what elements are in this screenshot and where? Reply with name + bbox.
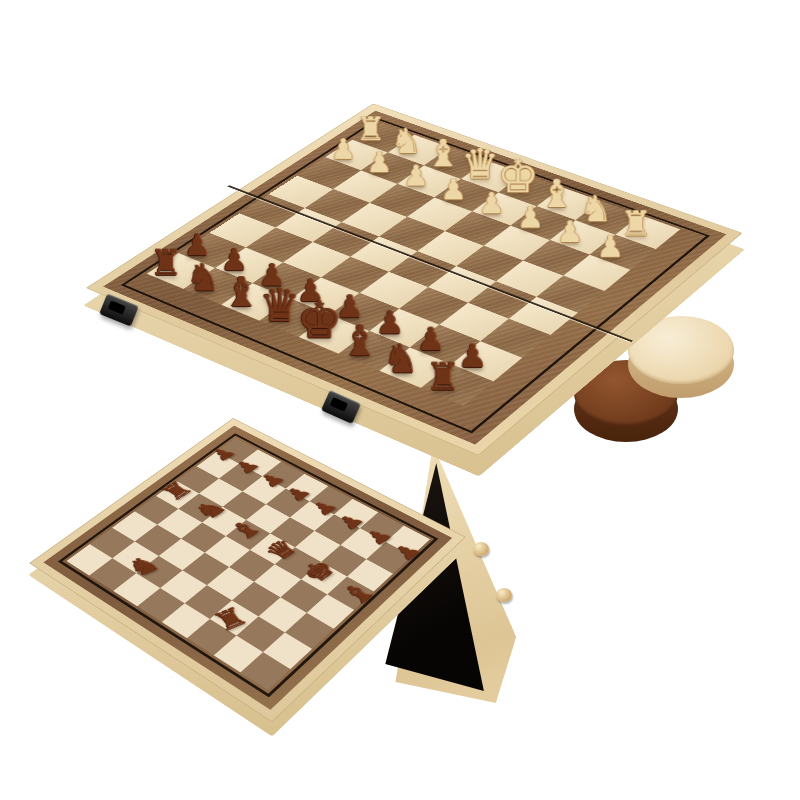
piece-white-rook: ♜	[356, 113, 385, 145]
piece-white-pawn: ♟	[403, 162, 429, 191]
piece-white-pawn: ♟	[597, 232, 624, 262]
piece-white-pawn: ♟	[441, 175, 467, 204]
piece-white-queen: ♛	[461, 143, 499, 185]
board-frame: ♜♞♝♛♚♝♞♜♟♟♟♟♟♟♟♟♟♟♟♟♟♟♟♟♜♞♝♛♚♝♞♜	[86, 103, 743, 455]
piece-black-knight: ♞	[383, 339, 419, 379]
piece-black-pawn: ♟	[458, 340, 487, 372]
piece-white-pawn: ♟	[367, 148, 392, 176]
product-photo: ♜♞♝♛♚♝♞♜♟♟♟♟♟♟♟♟♟♟♟♟♟♟♟♟♜♞♝♛♚♝♞♜ ♟♟♟♟♟♟♟…	[0, 0, 800, 800]
piece-black-king: ♚	[297, 294, 342, 345]
piece-white-bishop: ♝	[426, 134, 460, 172]
piece-white-bishop: ♝	[539, 174, 574, 213]
piece-black-pawn: ♟	[376, 307, 404, 339]
piece-black-pawn: ♟	[417, 323, 446, 355]
piece-white-rook: ♜	[620, 207, 651, 242]
piece-black-bishop: ♝	[223, 271, 260, 312]
open-chess-board: ♜♞♝♛♚♝♞♜♟♟♟♟♟♟♟♟♟♟♟♟♟♟♟♟♜♞♝♛♚♝♞♜	[86, 103, 743, 455]
piece-white-pawn: ♟	[479, 189, 505, 218]
piece-white-knight: ♞	[580, 191, 612, 227]
piece-white-pawn: ♟	[517, 203, 543, 232]
piece-white-pawn: ♟	[557, 217, 584, 247]
piece-black-bishop: ♝	[341, 319, 379, 362]
open-board-stage: ♜♞♝♛♚♝♞♜♟♟♟♟♟♟♟♟♟♟♟♟♟♟♟♟♜♞♝♛♚♝♞♜	[0, 0, 800, 800]
piece-black-queen: ♛	[259, 282, 300, 328]
piece-black-rook: ♜	[426, 358, 460, 396]
piece-black-rook: ♜	[150, 245, 182, 280]
piece-white-pawn: ♟	[331, 135, 356, 163]
chess-grid: ♜♞♝♛♚♝♞♜♟♟♟♟♟♟♟♟♟♟♟♟♟♟♟♟♜♞♝♛♚♝♞♜	[131, 122, 701, 427]
piece-black-knight: ♞	[186, 259, 220, 297]
piece-white-knight: ♞	[391, 124, 422, 159]
